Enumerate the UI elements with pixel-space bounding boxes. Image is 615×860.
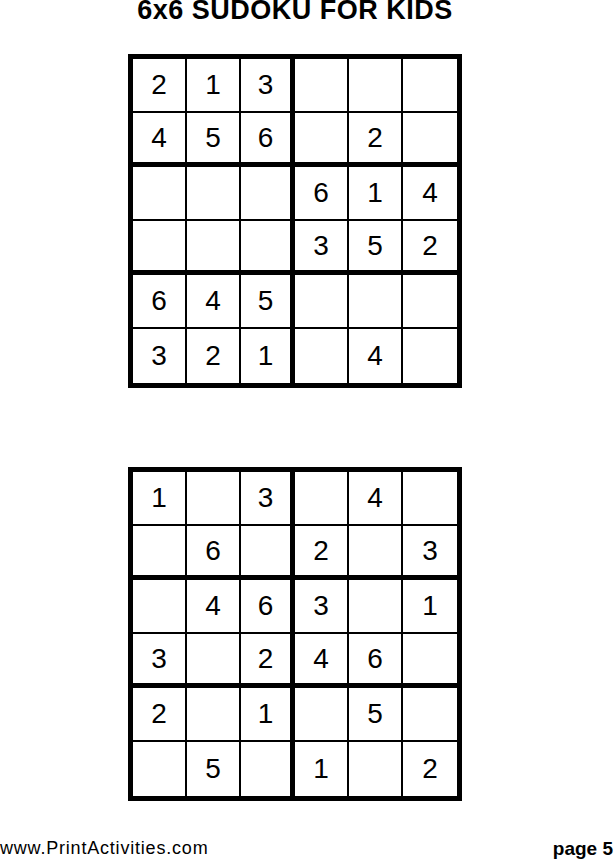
puzzle-1-cell-r2c1: 4	[133, 113, 187, 167]
sudoku-board-2: 13462346313246215512	[128, 467, 462, 801]
puzzle-2-cell-r3c1[interactable]	[133, 580, 187, 634]
puzzle-1-cell-r3c3[interactable]	[241, 167, 295, 221]
puzzle-1-cell-r1c6[interactable]	[403, 59, 457, 113]
puzzle-2-cell-r3c5[interactable]	[349, 580, 403, 634]
puzzle-1-cell-r6c6[interactable]	[403, 329, 457, 383]
puzzle-2-cell-r3c2: 4	[187, 580, 241, 634]
puzzle-1-cell-r2c2: 5	[187, 113, 241, 167]
puzzle-2-cell-r5c2[interactable]	[187, 688, 241, 742]
puzzle-1-cell-r1c5[interactable]	[349, 59, 403, 113]
puzzle-2-cell-r4c6[interactable]	[403, 634, 457, 688]
page-title: 6x6 SUDOKU FOR KIDS	[128, 0, 462, 25]
puzzle-2-cell-r6c6: 2	[403, 742, 457, 796]
puzzle-2-cell-r6c4: 1	[295, 742, 349, 796]
puzzle-1-cell-r5c1: 6	[133, 275, 187, 329]
puzzle-1-cell-r2c6[interactable]	[403, 113, 457, 167]
puzzle-1-cell-r4c3[interactable]	[241, 221, 295, 275]
puzzle-1-cell-r6c2: 2	[187, 329, 241, 383]
puzzle-1-cell-r2c4[interactable]	[295, 113, 349, 167]
puzzle-1-cell-r5c3: 5	[241, 275, 295, 329]
puzzle-2-cell-r4c4: 4	[295, 634, 349, 688]
puzzle-2-cell-r6c1[interactable]	[133, 742, 187, 796]
puzzle-2-cell-r4c5: 6	[349, 634, 403, 688]
puzzle-2-cell-r5c3: 1	[241, 688, 295, 742]
puzzle-1-cell-r1c2: 1	[187, 59, 241, 113]
sudoku-board-1: 21345626143526453214	[128, 54, 462, 388]
puzzle-1-cell-r3c4: 6	[295, 167, 349, 221]
puzzle-2-cell-r5c1: 2	[133, 688, 187, 742]
puzzle-1-cell-r4c2[interactable]	[187, 221, 241, 275]
puzzle-2-cell-r4c2[interactable]	[187, 634, 241, 688]
puzzle-2-cell-r1c2[interactable]	[187, 472, 241, 526]
puzzle-1-cell-r4c6: 2	[403, 221, 457, 275]
puzzle-2-cell-r5c5: 5	[349, 688, 403, 742]
puzzle-2-cell-r2c5[interactable]	[349, 526, 403, 580]
puzzle-2-cell-r1c4[interactable]	[295, 472, 349, 526]
puzzle-1-cell-r1c1: 2	[133, 59, 187, 113]
puzzle-2-cell-r3c4: 3	[295, 580, 349, 634]
page-number: page 5	[553, 838, 613, 860]
puzzle-1-cell-r3c1[interactable]	[133, 167, 187, 221]
puzzle-2-cell-r3c6: 1	[403, 580, 457, 634]
puzzle-2-cell-r2c3[interactable]	[241, 526, 295, 580]
puzzle-1-cell-r1c4[interactable]	[295, 59, 349, 113]
puzzle-2-cell-r4c1: 3	[133, 634, 187, 688]
puzzle-1-cell-r4c4: 3	[295, 221, 349, 275]
puzzle-1-cell-r4c5: 5	[349, 221, 403, 275]
puzzle-2-cell-r6c5[interactable]	[349, 742, 403, 796]
puzzle-2-cell-r6c3[interactable]	[241, 742, 295, 796]
puzzle-1-cell-r6c1: 3	[133, 329, 187, 383]
puzzle-1-cell-r5c6[interactable]	[403, 275, 457, 329]
puzzle-2-cell-r2c2: 6	[187, 526, 241, 580]
puzzle-2-cell-r5c4[interactable]	[295, 688, 349, 742]
puzzle-2-cell-r2c4: 2	[295, 526, 349, 580]
puzzle-1-cell-r1c3: 3	[241, 59, 295, 113]
puzzle-1-cell-r6c4[interactable]	[295, 329, 349, 383]
puzzle-1-cell-r5c5[interactable]	[349, 275, 403, 329]
puzzle-1-cell-r2c5: 2	[349, 113, 403, 167]
puzzle-1-cell-r3c6: 4	[403, 167, 457, 221]
website-url: www.PrintActivities.com	[0, 838, 208, 859]
puzzle-1-cell-r5c2: 4	[187, 275, 241, 329]
puzzle-2-cell-r2c1[interactable]	[133, 526, 187, 580]
puzzle-2-cell-r1c5: 4	[349, 472, 403, 526]
puzzle-2-cell-r1c6[interactable]	[403, 472, 457, 526]
puzzle-2-cell-r3c3: 6	[241, 580, 295, 634]
puzzle-2-cell-r6c2: 5	[187, 742, 241, 796]
puzzle-2-cell-r5c6[interactable]	[403, 688, 457, 742]
puzzle-1-cell-r4c1[interactable]	[133, 221, 187, 275]
puzzle-2-cell-r1c1: 1	[133, 472, 187, 526]
puzzle-1-cell-r6c5: 4	[349, 329, 403, 383]
puzzle-1-cell-r3c2[interactable]	[187, 167, 241, 221]
puzzle-1-cell-r2c3: 6	[241, 113, 295, 167]
puzzle-2-cell-r1c3: 3	[241, 472, 295, 526]
puzzle-2-cell-r4c3: 2	[241, 634, 295, 688]
puzzle-1-cell-r5c4[interactable]	[295, 275, 349, 329]
puzzle-1-cell-r6c3: 1	[241, 329, 295, 383]
puzzle-2-cell-r2c6: 3	[403, 526, 457, 580]
puzzle-1-cell-r3c5: 1	[349, 167, 403, 221]
